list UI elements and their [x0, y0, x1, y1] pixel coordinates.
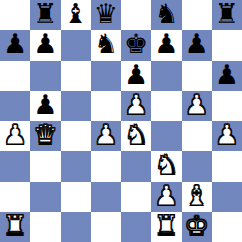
square-d3[interactable]	[91, 151, 121, 181]
piece-white-queen[interactable]: ♛	[33, 120, 57, 150]
piece-black-pawn[interactable]: ♟	[33, 90, 57, 120]
square-g4[interactable]	[182, 121, 212, 151]
square-h3[interactable]	[212, 151, 242, 181]
square-b2[interactable]	[30, 182, 60, 212]
square-c8[interactable]: ♝	[61, 0, 91, 30]
square-c2[interactable]	[61, 182, 91, 212]
piece-black-king[interactable]: ♚	[124, 29, 148, 59]
square-d5[interactable]	[91, 91, 121, 121]
square-a2[interactable]	[0, 182, 30, 212]
chess-board-container: ♜♝♛♞♜♟♟♞♚♟♟♟♟♟♟♟♟♛♟♞♟♞♟♝♜♜♚	[0, 0, 242, 242]
square-d2[interactable]	[91, 182, 121, 212]
square-b6[interactable]	[30, 61, 60, 91]
square-c3[interactable]	[61, 151, 91, 181]
square-b3[interactable]	[30, 151, 60, 181]
piece-black-pawn[interactable]: ♟	[185, 29, 209, 59]
square-f7[interactable]: ♟	[151, 30, 181, 60]
square-e3[interactable]	[121, 151, 151, 181]
square-c4[interactable]	[61, 121, 91, 151]
square-b1[interactable]	[30, 212, 60, 242]
square-f3[interactable]: ♞	[151, 151, 181, 181]
piece-white-king[interactable]: ♚	[185, 211, 209, 241]
piece-white-bishop[interactable]: ♝	[185, 181, 209, 211]
square-f4[interactable]	[151, 121, 181, 151]
piece-black-pawn[interactable]: ♟	[124, 60, 148, 90]
square-e2[interactable]	[121, 182, 151, 212]
square-a6[interactable]	[0, 61, 30, 91]
square-h2[interactable]	[212, 182, 242, 212]
piece-white-pawn[interactable]: ♟	[185, 90, 209, 120]
piece-white-pawn[interactable]: ♟	[3, 120, 27, 150]
piece-black-pawn[interactable]: ♟	[215, 60, 239, 90]
square-e4[interactable]: ♞	[121, 121, 151, 151]
square-f5[interactable]	[151, 91, 181, 121]
square-a5[interactable]	[0, 91, 30, 121]
square-f2[interactable]: ♟	[151, 182, 181, 212]
square-h8[interactable]: ♜	[212, 0, 242, 30]
square-a8[interactable]	[0, 0, 30, 30]
piece-black-bishop[interactable]: ♝	[64, 0, 88, 29]
square-f8[interactable]: ♞	[151, 0, 181, 30]
piece-white-pawn[interactable]: ♟	[154, 181, 178, 211]
square-e8[interactable]	[121, 0, 151, 30]
square-g7[interactable]: ♟	[182, 30, 212, 60]
piece-black-pawn[interactable]: ♟	[3, 29, 27, 59]
square-h6[interactable]: ♟	[212, 61, 242, 91]
square-g8[interactable]	[182, 0, 212, 30]
piece-black-rook[interactable]: ♜	[33, 0, 57, 29]
piece-black-queen[interactable]: ♛	[94, 0, 118, 29]
square-g6[interactable]	[182, 61, 212, 91]
square-h4[interactable]: ♟	[212, 121, 242, 151]
piece-white-knight[interactable]: ♞	[154, 150, 178, 180]
square-f6[interactable]	[151, 61, 181, 91]
square-g2[interactable]: ♝	[182, 182, 212, 212]
square-e5[interactable]: ♟	[121, 91, 151, 121]
piece-black-knight[interactable]: ♞	[154, 0, 178, 29]
square-c5[interactable]	[61, 91, 91, 121]
square-b4[interactable]: ♛	[30, 121, 60, 151]
square-a1[interactable]: ♜	[0, 212, 30, 242]
piece-black-pawn[interactable]: ♟	[154, 29, 178, 59]
square-a3[interactable]	[0, 151, 30, 181]
square-d4[interactable]: ♟	[91, 121, 121, 151]
piece-black-pawn[interactable]: ♟	[33, 29, 57, 59]
chess-board: ♜♝♛♞♜♟♟♞♚♟♟♟♟♟♟♟♟♛♟♞♟♞♟♝♜♜♚	[0, 0, 242, 242]
square-c7[interactable]	[61, 30, 91, 60]
square-g1[interactable]: ♚	[182, 212, 212, 242]
square-g3[interactable]	[182, 151, 212, 181]
square-f1[interactable]: ♜	[151, 212, 181, 242]
square-d8[interactable]: ♛	[91, 0, 121, 30]
square-b8[interactable]: ♜	[30, 0, 60, 30]
square-e6[interactable]: ♟	[121, 61, 151, 91]
square-h7[interactable]	[212, 30, 242, 60]
square-d1[interactable]	[91, 212, 121, 242]
piece-white-knight[interactable]: ♞	[124, 120, 148, 150]
square-c1[interactable]	[61, 212, 91, 242]
piece-white-pawn[interactable]: ♟	[94, 120, 118, 150]
piece-black-rook[interactable]: ♜	[215, 0, 239, 29]
square-a7[interactable]: ♟	[0, 30, 30, 60]
square-c6[interactable]	[61, 61, 91, 91]
square-e7[interactable]: ♚	[121, 30, 151, 60]
square-b5[interactable]: ♟	[30, 91, 60, 121]
piece-white-pawn[interactable]: ♟	[215, 120, 239, 150]
square-d7[interactable]: ♞	[91, 30, 121, 60]
square-a4[interactable]: ♟	[0, 121, 30, 151]
piece-white-pawn[interactable]: ♟	[124, 90, 148, 120]
square-h5[interactable]	[212, 91, 242, 121]
piece-white-rook[interactable]: ♜	[154, 211, 178, 241]
square-b7[interactable]: ♟	[30, 30, 60, 60]
square-d6[interactable]	[91, 61, 121, 91]
square-h1[interactable]	[212, 212, 242, 242]
square-e1[interactable]	[121, 212, 151, 242]
piece-white-rook[interactable]: ♜	[3, 211, 27, 241]
square-g5[interactable]: ♟	[182, 91, 212, 121]
piece-black-knight[interactable]: ♞	[94, 29, 118, 59]
